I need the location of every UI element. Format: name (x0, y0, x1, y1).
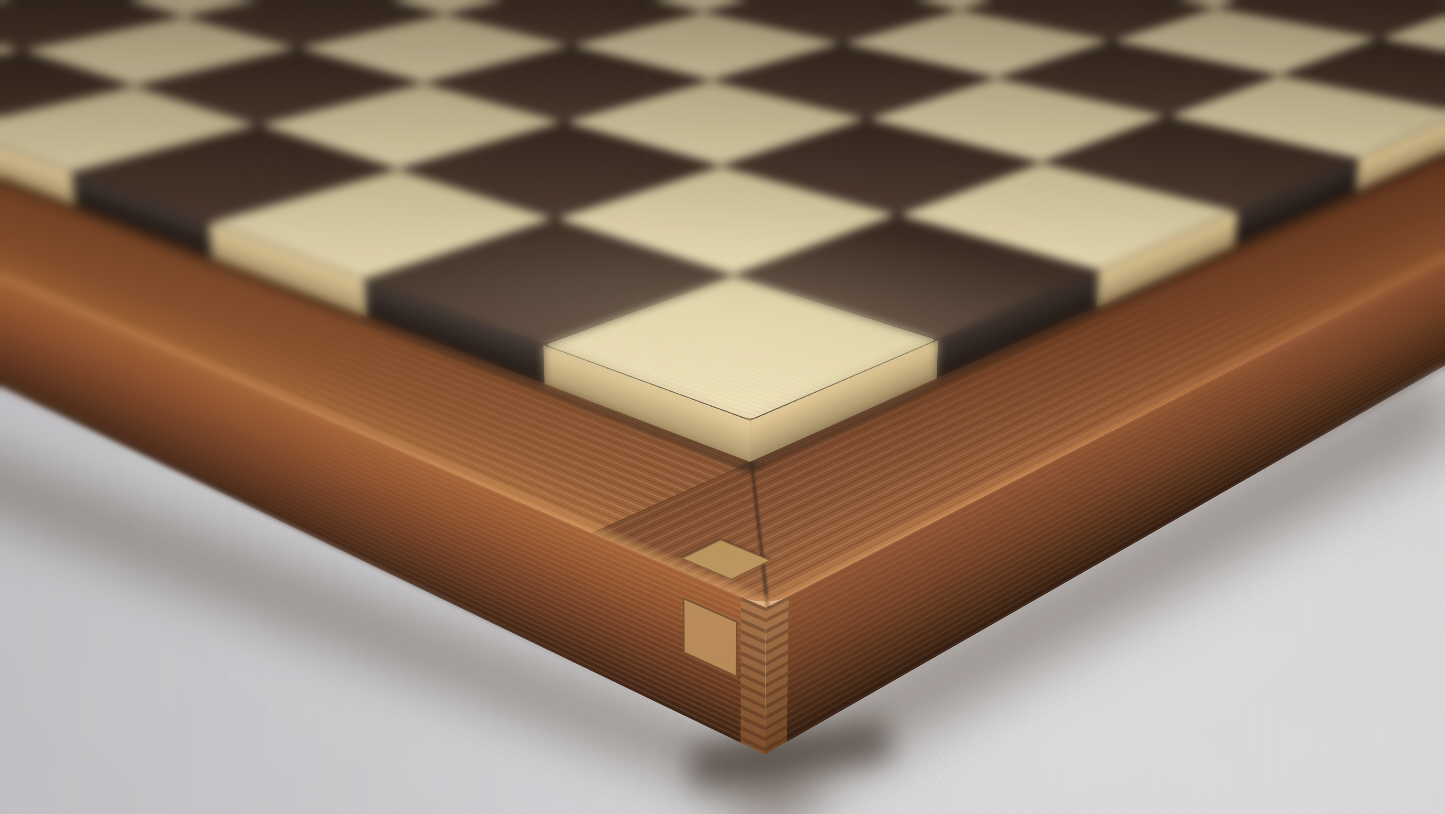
finger-joint-notch-face (683, 597, 738, 678)
finger-joint-endgrain-left (740, 597, 766, 755)
finger-joint-endgrain-right (765, 596, 789, 755)
chessboard-photo-scene (0, 0, 1445, 814)
